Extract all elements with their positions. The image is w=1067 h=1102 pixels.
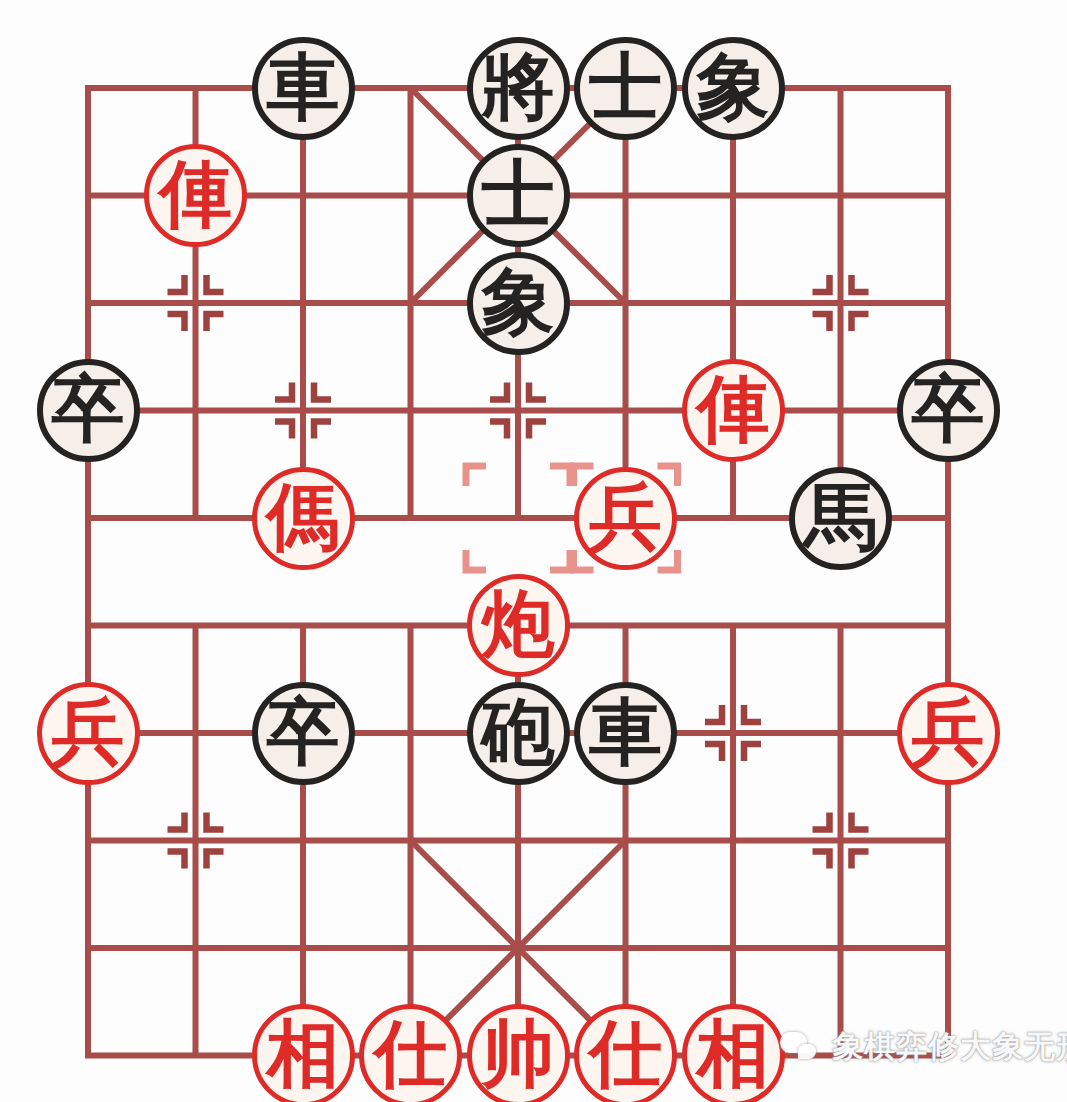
black-advisor-glyph: 士 [574,37,677,140]
red-elephant[interactable]: 相 [249,1002,357,1102]
red-advisor-glyph: 仕 [574,1004,677,1102]
black-soldier-glyph: 卒 [897,359,1000,462]
red-general[interactable]: 帅 [464,1002,572,1102]
red-horse[interactable]: 傌 [249,464,357,572]
xiangqi-diagram: 車將士象俥士象卒俥卒傌兵馬炮兵卒砲車兵相仕帅仕相 象棋弈修大象无形 [0,0,1067,1102]
red-soldier-glyph: 兵 [897,682,1000,785]
black-advisor-glyph: 士 [467,144,570,247]
red-chariot[interactable]: 俥 [142,142,250,250]
black-soldier[interactable]: 卒 [34,357,142,465]
black-chariot-glyph: 車 [252,37,355,140]
black-soldier-glyph: 卒 [37,359,140,462]
black-cannon[interactable]: 砲 [464,679,572,787]
black-elephant-glyph: 象 [467,252,570,355]
red-chariot[interactable]: 俥 [679,357,787,465]
red-general-glyph: 帅 [467,1004,570,1102]
black-general-glyph: 將 [467,37,570,140]
black-chariot-glyph: 車 [574,682,677,785]
red-chariot-glyph: 俥 [682,359,785,462]
black-chariot[interactable]: 車 [249,34,357,142]
black-elephant[interactable]: 象 [464,249,572,357]
black-general[interactable]: 將 [464,34,572,142]
black-elephant-glyph: 象 [682,37,785,140]
red-advisor[interactable]: 仕 [357,1002,465,1102]
red-soldier-glyph: 兵 [574,467,677,570]
black-advisor[interactable]: 士 [464,142,572,250]
black-horse[interactable]: 馬 [787,464,895,572]
black-chariot[interactable]: 車 [572,679,680,787]
black-soldier-glyph: 卒 [252,682,355,785]
red-advisor-glyph: 仕 [359,1004,462,1102]
black-soldier[interactable]: 卒 [249,679,357,787]
black-soldier[interactable]: 卒 [894,357,1002,465]
red-cannon[interactable]: 炮 [464,572,572,680]
red-elephant[interactable]: 相 [679,1002,787,1102]
black-elephant[interactable]: 象 [679,34,787,142]
black-horse-glyph: 馬 [789,467,892,570]
red-advisor[interactable]: 仕 [572,1002,680,1102]
red-elephant-glyph: 相 [682,1004,785,1102]
red-chariot-glyph: 俥 [144,144,247,247]
black-advisor[interactable]: 士 [572,34,680,142]
xiangqi-board[interactable]: 車將士象俥士象卒俥卒傌兵馬炮兵卒砲車兵相仕帅仕相 [34,34,1002,1102]
black-cannon-glyph: 砲 [467,682,570,785]
red-soldier[interactable]: 兵 [34,679,142,787]
red-soldier[interactable]: 兵 [894,679,1002,787]
red-cannon-glyph: 炮 [467,574,570,677]
red-soldier-glyph: 兵 [37,682,140,785]
red-elephant-glyph: 相 [252,1004,355,1102]
red-soldier[interactable]: 兵 [572,464,680,572]
red-horse-glyph: 傌 [252,467,355,570]
